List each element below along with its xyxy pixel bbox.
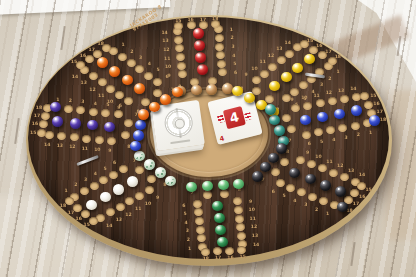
track-number-E-10: 10 [301, 94, 307, 99]
track-number-SE-17: 17 [353, 201, 359, 206]
track-number-S-3: 3 [186, 228, 189, 233]
hole-N-track-9 [178, 70, 187, 78]
track-number-SE-16: 16 [359, 193, 365, 198]
hole-S-track-6 [193, 200, 202, 208]
track-number-SE-10: 10 [315, 154, 321, 159]
hole-NE-track-5 [290, 88, 299, 96]
track-number-SW-14: 14 [106, 222, 112, 227]
marble-yellow-NE-home-4 [304, 54, 315, 65]
track-number-E-2: 2 [357, 132, 360, 137]
hole-W-track-15 [37, 129, 46, 137]
track-number-SW-11: 11 [135, 206, 141, 211]
hole-SE-track-8 [280, 158, 289, 166]
hole-N-track-10 [177, 62, 186, 70]
track-number-N-5: 5 [233, 61, 236, 66]
track-number-SW-16: 16 [76, 215, 82, 220]
track-number-NE-18: 18 [335, 54, 341, 59]
track-number-W-2: 2 [69, 97, 72, 102]
marble-white-SW-home-3 [100, 192, 111, 203]
hole-NE-track-13 [285, 50, 294, 58]
hole-NW-track-13 [89, 72, 98, 80]
track-number-SW-2: 2 [74, 182, 77, 187]
track-number-N-2: 2 [231, 35, 234, 40]
hole-N-track-5 [217, 60, 226, 68]
photo-of-jackaroo-board: JACKAROO 8 97718003 12345678910111213141… [0, 0, 416, 277]
hole-E-track-7 [287, 125, 296, 133]
hole-S-track-7 [203, 191, 212, 199]
track-number-E-13: 13 [338, 88, 344, 93]
track-number-E-5: 5 [320, 139, 323, 144]
hole-S-track-10 [234, 206, 243, 214]
track-number-SE-15: 15 [365, 186, 371, 191]
deck-back-emblem [163, 107, 195, 139]
track-number-SW-18: 18 [60, 203, 66, 208]
track-number-NW-9: 9 [117, 105, 120, 110]
marble-black-SE-home-4 [335, 186, 346, 197]
marble-tan-N-base-3 [191, 85, 202, 96]
track-number-NW-16: 16 [80, 53, 86, 58]
track-number-SW-17: 17 [68, 209, 74, 214]
track-number-W-17: 17 [34, 113, 40, 118]
track-number-N-3: 3 [231, 43, 234, 48]
track-number-E-17: 17 [377, 109, 383, 114]
track-number-SW-15: 15 [84, 222, 90, 227]
track-number-NW-11: 11 [98, 92, 104, 97]
track-number-N-4: 4 [232, 52, 235, 57]
hole-NW-track-12 [98, 78, 107, 86]
track-number-N-15: 15 [175, 17, 181, 22]
track-number-NW-15: 15 [71, 58, 77, 63]
track-number-S-4: 4 [185, 219, 188, 224]
track-number-NW-18: 18 [97, 41, 103, 46]
hole-E-track-2 [351, 122, 360, 130]
marble-yellow-NE-base-4 [232, 86, 243, 97]
marble-red-N-home-2 [195, 52, 206, 63]
track-number-E-18: 18 [380, 117, 386, 122]
track-number-NE-16: 16 [316, 43, 322, 48]
marble-purple-W-home-4 [52, 116, 63, 127]
track-number-S-10: 10 [248, 207, 254, 212]
track-number-SW-12: 12 [125, 211, 131, 216]
track-number-W-16: 16 [32, 121, 38, 126]
track-number-E-7: 7 [288, 137, 291, 142]
hole-NW-track-6 [153, 78, 162, 86]
hole-NW-track-5 [144, 72, 153, 80]
marble-orange-NW-base-4 [138, 109, 149, 120]
track-number-SW-1: 1 [65, 187, 68, 192]
track-number-S-16: 16 [227, 254, 233, 259]
track-number-NW-1: 1 [121, 42, 124, 47]
track-number-S-1: 1 [188, 245, 191, 250]
marble-red-N-home-4 [193, 28, 204, 39]
track-number-W-13: 13 [57, 142, 63, 147]
marble-lgreen-S-base-3 [218, 180, 229, 191]
track-number-SE-2: 2 [315, 206, 318, 211]
track-number-SE-9: 9 [306, 149, 309, 154]
track-number-NW-4: 4 [148, 61, 151, 66]
hole-SW-track-15 [89, 217, 98, 225]
marble-yellow-NE-base-3 [244, 93, 255, 104]
track-number-N-13: 13 [162, 38, 168, 43]
hole-SE-track-12 [329, 169, 338, 177]
marble-marbled-SW-base-4 [165, 176, 176, 187]
hole-S-track-11 [235, 215, 244, 223]
track-number-SW-6: 6 [113, 160, 116, 165]
marble-orange-NW-base-3 [149, 102, 160, 113]
track-number-W-4: 4 [94, 100, 97, 105]
track-number-SE-3: 3 [304, 202, 307, 207]
hole-E-track-16 [364, 101, 373, 109]
track-number-SE-5: 5 [282, 193, 285, 198]
track-number-N-1: 1 [230, 26, 233, 31]
hole-SE-track-9 [296, 156, 305, 164]
hole-SW-track-3 [90, 182, 99, 190]
marble-dgreen-S-home-2 [214, 213, 225, 224]
card-corner-index: 4 [219, 135, 225, 142]
hole-SE-track-15 [357, 182, 366, 190]
hole-NW-track-9 [124, 97, 133, 105]
marble-black-SE-home-3 [320, 180, 331, 191]
hole-NE-track-10 [260, 70, 269, 78]
hole-W-track-6 [114, 110, 123, 118]
track-number-NW-14: 14 [72, 74, 78, 79]
plank-end-seam [350, 242, 355, 266]
track-number-SE-1: 1 [326, 211, 329, 216]
hole-W-track-4 [89, 108, 98, 116]
track-number-W-9: 9 [108, 148, 111, 153]
hole-SE-track-5 [286, 184, 295, 192]
track-number-SW-5: 5 [103, 165, 106, 170]
track-number-N-18: 18 [212, 16, 218, 21]
track-number-N-10: 10 [165, 64, 171, 69]
track-number-NW-12: 12 [89, 86, 95, 91]
track-number-E-3: 3 [345, 134, 348, 139]
track-number-N-11: 11 [164, 55, 170, 60]
marble-marbled-SW-base-3 [155, 167, 166, 178]
marble-dgreen-S-home-4 [217, 237, 228, 248]
track-number-S-2: 2 [187, 236, 190, 241]
marble-black-SE-home-2 [305, 174, 316, 185]
marble-black-SE-base-1 [252, 171, 263, 182]
marble-black-SE-base-2 [260, 162, 271, 173]
marble-black-SE-base-4 [276, 143, 287, 154]
marble-lgreen-S-base-2 [202, 181, 213, 192]
track-number-NW-13: 13 [81, 80, 87, 85]
marble-lgreen-S-base-1 [186, 182, 197, 193]
track-number-SE-11: 11 [326, 158, 332, 163]
track-number-NW-5: 5 [157, 67, 160, 72]
track-number-NW-10: 10 [107, 99, 113, 104]
track-number-E-11: 11 [313, 92, 319, 97]
track-number-S-5: 5 [183, 211, 186, 216]
marble-black-SE-track-18 [337, 202, 348, 213]
hole-NE-track-9 [252, 76, 261, 84]
hole-NW-track-11 [106, 85, 115, 93]
track-number-NE-3: 3 [320, 82, 323, 87]
track-number-SW-10: 10 [145, 200, 151, 205]
hole-NW-track-10 [115, 91, 124, 99]
hole-W-track-2 [64, 105, 73, 113]
track-number-N-6: 6 [234, 69, 237, 74]
track-number-NE-1: 1 [337, 69, 340, 74]
track-number-S-6: 6 [182, 202, 185, 207]
track-number-S-14: 14 [253, 241, 259, 246]
track-number-S-17: 17 [215, 255, 221, 260]
track-number-NW-3: 3 [139, 54, 142, 59]
track-number-SE-14: 14 [359, 172, 365, 177]
track-number-SW-9: 9 [156, 195, 159, 200]
track-number-W-11: 11 [82, 145, 88, 150]
track-number-NE-9: 9 [245, 72, 248, 77]
track-number-SE-6: 6 [272, 188, 275, 193]
marble-orange-NW-base-2 [160, 94, 171, 105]
track-number-NE-11: 11 [260, 59, 266, 64]
track-number-NE-2: 2 [328, 75, 331, 80]
track-number-W-3: 3 [81, 99, 84, 104]
marble-black-SE-base-3 [268, 153, 279, 164]
track-number-E-6: 6 [308, 141, 311, 146]
track-number-S-9: 9 [249, 198, 252, 203]
hole-NW-track-2 [118, 53, 127, 61]
track-number-N-14: 14 [161, 29, 167, 34]
hole-S-track-4 [195, 217, 204, 225]
hole-E-track-12 [328, 97, 337, 105]
hole-SE-track-2 [319, 197, 328, 205]
track-number-SE-4: 4 [293, 197, 296, 202]
hole-E-track-9 [291, 104, 300, 112]
track-number-E-9: 9 [291, 97, 294, 102]
plank-end-seam [60, 26, 65, 50]
track-number-SW-3: 3 [84, 176, 87, 181]
marble-orange-NW-home-4 [97, 57, 108, 68]
track-number-NE-10: 10 [251, 65, 257, 70]
hole-E-track-13 [340, 95, 349, 103]
hole-SW-track-17 [73, 204, 82, 212]
track-number-W-1: 1 [56, 96, 59, 101]
hole-SE-track-3 [308, 193, 317, 201]
marble-blue-W-base-3 [133, 130, 144, 141]
track-number-E-16: 16 [373, 101, 379, 106]
track-number-S-12: 12 [251, 224, 257, 229]
deck-back-caption [170, 139, 190, 144]
track-number-W-10: 10 [94, 147, 100, 152]
hole-SE-track-6 [276, 179, 285, 187]
track-number-W-12: 12 [69, 144, 75, 149]
hole-W-track-14 [45, 131, 54, 139]
track-number-NE-12: 12 [268, 52, 274, 57]
track-number-N-12: 12 [163, 47, 169, 52]
track-number-E-1: 1 [369, 130, 372, 135]
hole-N-track-2 [215, 34, 224, 42]
track-number-SW-4: 4 [94, 171, 97, 176]
track-number-NW-17: 17 [89, 47, 95, 52]
track-number-NE-14: 14 [284, 39, 290, 44]
track-number-SE-13: 13 [348, 167, 354, 172]
hole-SW-track-5 [109, 171, 118, 179]
marble-red-N-home-3 [194, 40, 205, 51]
track-number-S-11: 11 [250, 215, 256, 220]
marble-red-N-home-1 [197, 64, 208, 75]
card-rank-logo: 4 [223, 106, 246, 129]
track-number-W-15: 15 [30, 129, 36, 134]
marble-white-SW-home-2 [113, 184, 124, 195]
track-number-NE-15: 15 [307, 37, 313, 42]
marble-orange-NW-home-2 [122, 75, 133, 86]
track-number-NE-17: 17 [325, 48, 331, 53]
track-number-E-4: 4 [332, 136, 335, 141]
hole-SE-track-16 [350, 189, 359, 197]
plank-end-seam [14, 118, 19, 144]
hole-SW-track-8 [147, 175, 156, 183]
marble-teal-E-base-2 [274, 125, 285, 136]
track-number-NW-2: 2 [130, 48, 133, 53]
track-number-E-12: 12 [326, 90, 332, 95]
hole-NW-track-3 [127, 59, 136, 67]
track-number-SW-13: 13 [116, 217, 122, 222]
marble-orange-NW-base-1 [172, 87, 183, 98]
track-number-S-18: 18 [203, 256, 209, 261]
hole-SW-track-10 [135, 192, 144, 200]
hole-SW-track-6 [119, 165, 128, 173]
marble-white-SW-home-1 [127, 176, 138, 187]
marble-blue-E-track-18 [369, 115, 380, 126]
hole-E-track-6 [302, 131, 311, 139]
track-number-N-16: 16 [187, 17, 193, 22]
marble-orange-NW-home-3 [109, 66, 120, 77]
track-number-N-17: 17 [200, 16, 206, 21]
hole-NE-track-4 [299, 81, 308, 89]
track-number-S-13: 13 [252, 232, 258, 237]
hole-SW-track-9 [145, 186, 154, 194]
marble-purple-W-home-3 [70, 118, 81, 129]
marble-orange-NW-home-1 [134, 83, 145, 94]
hole-N-track-13 [174, 36, 183, 44]
marble-yellow-NE-home-2 [281, 72, 292, 83]
track-number-W-14: 14 [44, 141, 50, 146]
hole-N-track-11 [176, 53, 185, 61]
hole-E-track-8 [282, 114, 291, 122]
hole-E-track-10 [303, 102, 312, 110]
track-number-NW-6: 6 [165, 73, 168, 78]
track-number-E-14: 14 [350, 86, 356, 91]
track-number-NE-13: 13 [276, 46, 282, 51]
hole-N-track-3 [215, 43, 224, 51]
track-number-W-18: 18 [36, 104, 42, 109]
hole-SW-track-12 [116, 203, 125, 211]
track-number-SE-12: 12 [337, 163, 343, 168]
track-number-E-15: 15 [370, 92, 376, 97]
hole-S-track-3 [196, 226, 205, 234]
track-number-S-15: 15 [239, 253, 245, 258]
